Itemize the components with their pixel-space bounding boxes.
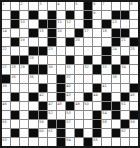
black-cell	[39, 84, 47, 92]
clue-number: 14	[2, 29, 7, 33]
white-cell[interactable]	[93, 47, 101, 55]
black-cell	[130, 111, 138, 119]
white-cell[interactable]	[57, 47, 65, 55]
white-cell[interactable]	[75, 120, 83, 128]
white-cell[interactable]: 62	[121, 129, 129, 137]
white-cell[interactable]: 33	[102, 65, 110, 73]
white-cell[interactable]	[48, 84, 56, 92]
white-cell[interactable]	[121, 138, 129, 146]
black-cell	[11, 56, 19, 64]
white-cell[interactable]	[102, 129, 110, 137]
white-cell[interactable]	[102, 138, 110, 146]
white-cell[interactable]	[130, 65, 138, 73]
white-cell[interactable]	[75, 138, 83, 146]
white-cell[interactable]: 58	[102, 120, 110, 128]
black-cell	[39, 47, 47, 55]
clue-number: 53	[66, 111, 71, 115]
white-cell[interactable]: 35	[11, 75, 19, 83]
white-cell[interactable]: 26	[29, 56, 37, 64]
black-cell	[130, 38, 138, 46]
black-cell	[11, 20, 19, 28]
black-cell	[102, 102, 110, 110]
clue-number: 6	[93, 2, 95, 6]
white-cell[interactable]	[66, 47, 74, 55]
clue-number: 30	[48, 65, 53, 69]
white-cell[interactable]	[84, 120, 92, 128]
clue-number: 38	[112, 75, 117, 79]
white-cell[interactable]	[20, 102, 28, 110]
white-cell[interactable]	[29, 84, 37, 92]
white-cell[interactable]	[66, 29, 74, 37]
white-cell[interactable]	[2, 93, 10, 101]
white-cell[interactable]: 30	[48, 65, 56, 73]
white-cell[interactable]	[84, 129, 92, 137]
clue-number: 4	[57, 2, 59, 6]
white-cell[interactable]: 22	[2, 47, 10, 55]
white-cell[interactable]: 47	[48, 102, 56, 110]
black-cell	[102, 20, 110, 28]
white-cell[interactable]: 20	[75, 38, 83, 46]
white-cell[interactable]: 4	[57, 2, 65, 10]
white-cell[interactable]	[29, 102, 37, 110]
white-cell[interactable]	[57, 56, 65, 64]
white-cell[interactable]	[20, 129, 28, 137]
white-cell[interactable]	[20, 47, 28, 55]
black-cell	[93, 84, 101, 92]
white-cell[interactable]: 56	[39, 120, 47, 128]
clue-number: 12	[66, 20, 71, 24]
black-cell	[84, 56, 92, 64]
white-cell[interactable]: 48	[57, 102, 65, 110]
white-cell[interactable]	[130, 75, 138, 83]
white-cell[interactable]	[48, 75, 56, 83]
black-cell	[29, 93, 37, 101]
white-cell[interactable]	[2, 56, 10, 64]
black-cell	[84, 2, 92, 10]
white-cell[interactable]	[112, 120, 120, 128]
clue-number: 61	[48, 129, 53, 133]
white-cell[interactable]	[29, 120, 37, 128]
clue-number: 58	[102, 120, 107, 124]
clue-number: 34	[121, 65, 126, 69]
white-cell[interactable]: 53	[66, 111, 74, 119]
clue-number: 45	[130, 93, 135, 97]
white-cell[interactable]	[11, 138, 19, 146]
white-cell[interactable]	[112, 138, 120, 146]
white-cell[interactable]	[29, 38, 37, 46]
white-cell[interactable]	[2, 11, 10, 19]
white-cell[interactable]	[121, 84, 129, 92]
black-cell	[84, 138, 92, 146]
white-cell[interactable]: 25	[130, 47, 138, 55]
white-cell[interactable]: 39	[2, 84, 10, 92]
white-cell[interactable]	[11, 2, 19, 10]
white-cell[interactable]: 12	[66, 20, 74, 28]
white-cell[interactable]	[84, 38, 92, 46]
black-cell	[66, 56, 74, 64]
clue-number: 49	[75, 102, 80, 106]
white-cell[interactable]	[75, 84, 83, 92]
clue-number: 46	[2, 102, 7, 106]
white-cell[interactable]	[84, 47, 92, 55]
white-cell[interactable]	[75, 65, 83, 73]
white-cell[interactable]: 8	[130, 2, 138, 10]
white-cell[interactable]	[84, 84, 92, 92]
white-cell[interactable]: 49	[75, 102, 83, 110]
black-cell	[48, 38, 56, 46]
white-cell[interactable]: 13	[112, 20, 120, 28]
white-cell[interactable]: 60	[39, 129, 47, 137]
black-cell	[112, 129, 120, 137]
black-cell	[29, 65, 37, 73]
black-cell	[29, 29, 37, 37]
white-cell[interactable]: 14	[2, 29, 10, 37]
clue-number: 1	[2, 2, 4, 6]
black-cell	[66, 38, 74, 46]
clue-number: 51	[121, 102, 126, 106]
white-cell[interactable]	[20, 111, 28, 119]
white-cell[interactable]	[39, 11, 47, 19]
white-cell[interactable]: 29	[20, 65, 28, 73]
clue-number: 55	[2, 120, 7, 124]
clue-number: 65	[93, 138, 98, 142]
white-cell[interactable]: 1	[2, 2, 10, 10]
white-cell[interactable]	[112, 84, 120, 92]
black-cell	[11, 93, 19, 101]
white-cell[interactable]: 46	[2, 102, 10, 110]
black-cell	[2, 75, 10, 83]
white-cell[interactable]: 40	[66, 84, 74, 92]
black-cell	[39, 111, 47, 119]
black-cell	[93, 111, 101, 119]
white-cell[interactable]	[57, 11, 65, 19]
white-cell[interactable]	[102, 75, 110, 83]
white-cell[interactable]: 28	[11, 65, 19, 73]
clue-number: 13	[112, 20, 117, 24]
white-cell[interactable]: 50	[84, 102, 92, 110]
clue-number: 60	[39, 129, 44, 133]
black-cell	[29, 111, 37, 119]
clue-number: 9	[93, 11, 95, 15]
black-cell	[48, 29, 56, 37]
white-cell[interactable]	[93, 20, 101, 28]
white-cell[interactable]: 27	[2, 65, 10, 73]
clue-number: 57	[66, 120, 71, 124]
clue-number: 25	[130, 47, 135, 51]
white-cell[interactable]: 21	[121, 38, 129, 46]
white-cell[interactable]	[2, 20, 10, 28]
black-cell	[102, 56, 110, 64]
black-cell	[48, 11, 56, 19]
clue-number: 37	[66, 75, 71, 79]
white-cell[interactable]	[29, 20, 37, 28]
black-cell	[11, 111, 19, 119]
white-cell[interactable]	[57, 65, 65, 73]
black-cell	[57, 84, 65, 92]
clue-number: 15	[39, 29, 44, 33]
white-cell[interactable]: 16	[57, 29, 65, 37]
clue-number: 19	[20, 38, 25, 42]
white-cell[interactable]	[20, 84, 28, 92]
white-cell[interactable]	[11, 102, 19, 110]
white-cell[interactable]: 2	[20, 2, 28, 10]
clue-number: 22	[2, 47, 7, 51]
black-cell	[57, 138, 65, 146]
white-cell[interactable]	[112, 93, 120, 101]
white-cell[interactable]	[11, 47, 19, 55]
white-cell[interactable]	[2, 38, 10, 46]
black-cell	[66, 102, 74, 110]
white-cell[interactable]	[102, 11, 110, 19]
white-cell[interactable]	[112, 2, 120, 10]
white-cell[interactable]: 64	[66, 138, 74, 146]
white-cell[interactable]	[121, 47, 129, 55]
black-cell	[20, 56, 28, 64]
black-cell	[75, 129, 83, 137]
clue-number: 24	[112, 47, 117, 51]
white-cell[interactable]: 11	[57, 20, 65, 28]
black-cell	[48, 120, 56, 128]
clue-number: 35	[11, 75, 16, 79]
white-cell[interactable]: 61	[48, 129, 56, 137]
white-cell[interactable]	[11, 120, 19, 128]
white-cell[interactable]: 41	[102, 84, 110, 92]
clue-number: 48	[57, 102, 62, 106]
clue-number: 63	[2, 138, 7, 142]
black-cell	[130, 84, 138, 92]
clue-number: 8	[130, 2, 132, 6]
black-cell	[66, 11, 74, 19]
white-cell[interactable]: 38	[112, 75, 120, 83]
white-cell[interactable]	[130, 20, 138, 28]
white-cell[interactable]	[39, 56, 47, 64]
white-cell[interactable]: 15	[39, 29, 47, 37]
white-cell[interactable]: 57	[66, 120, 74, 128]
white-cell[interactable]	[84, 75, 92, 83]
white-cell[interactable]: 55	[2, 120, 10, 128]
black-cell	[11, 129, 19, 137]
white-cell[interactable]: 24	[112, 47, 120, 55]
black-cell	[121, 120, 129, 128]
clue-number: 42	[39, 93, 44, 97]
white-cell[interactable]	[112, 56, 120, 64]
white-cell[interactable]	[20, 120, 28, 128]
clue-number: 62	[121, 129, 126, 133]
white-cell[interactable]	[20, 75, 28, 83]
white-cell[interactable]: 7	[102, 2, 110, 10]
white-cell[interactable]: 3	[39, 2, 47, 10]
white-cell[interactable]	[93, 29, 101, 37]
clue-number: 36	[29, 75, 34, 79]
black-cell	[29, 129, 37, 137]
clue-number: 5	[75, 2, 77, 6]
white-cell[interactable]	[75, 56, 83, 64]
white-cell[interactable]	[84, 111, 92, 119]
white-cell[interactable]	[75, 111, 83, 119]
white-cell[interactable]	[48, 2, 56, 10]
white-cell[interactable]	[48, 93, 56, 101]
white-cell[interactable]	[48, 138, 56, 146]
clue-number: 7	[102, 2, 104, 6]
black-cell	[84, 20, 92, 28]
black-cell	[112, 29, 120, 37]
clue-number: 54	[102, 111, 107, 115]
white-cell[interactable]	[93, 38, 101, 46]
white-cell[interactable]: 18	[102, 29, 110, 37]
black-cell	[84, 93, 92, 101]
black-cell	[57, 93, 65, 101]
white-cell[interactable]	[20, 93, 28, 101]
white-cell[interactable]: 5	[75, 2, 83, 10]
black-cell	[39, 20, 47, 28]
white-cell[interactable]: 36	[29, 75, 37, 83]
white-cell[interactable]	[57, 111, 65, 119]
black-cell	[93, 65, 101, 73]
clue-number: 28	[11, 65, 16, 69]
clue-number: 44	[93, 93, 98, 97]
black-cell	[112, 11, 120, 19]
white-cell[interactable]: 63	[2, 138, 10, 146]
white-cell[interactable]	[130, 138, 138, 146]
clue-number: 18	[102, 29, 107, 33]
white-cell[interactable]: 19	[20, 38, 28, 46]
black-cell	[112, 38, 120, 46]
clue-number: 2	[20, 2, 22, 6]
black-cell	[112, 65, 120, 73]
white-cell[interactable]	[39, 38, 47, 46]
clue-number: 29	[20, 65, 25, 69]
white-cell[interactable]	[93, 56, 101, 64]
white-cell[interactable]	[130, 129, 138, 137]
white-cell[interactable]	[102, 38, 110, 46]
black-cell	[102, 47, 110, 55]
white-cell[interactable]: 10	[20, 20, 28, 28]
white-cell[interactable]: 51	[121, 102, 129, 110]
white-cell[interactable]	[75, 20, 83, 28]
white-cell[interactable]: 23	[48, 47, 56, 55]
black-cell	[29, 11, 37, 19]
clue-number: 16	[57, 29, 62, 33]
clue-number: 50	[84, 102, 89, 106]
white-cell[interactable]	[39, 138, 47, 146]
clue-number: 56	[39, 120, 44, 124]
black-cell	[29, 47, 37, 55]
white-cell[interactable]	[121, 111, 129, 119]
white-cell[interactable]: 42	[39, 93, 47, 101]
white-cell[interactable]: 54	[102, 111, 110, 119]
white-cell[interactable]: 17	[84, 29, 92, 37]
white-cell[interactable]	[75, 93, 83, 101]
white-cell[interactable]	[66, 129, 74, 137]
white-cell[interactable]	[75, 75, 83, 83]
white-cell[interactable]: 44	[93, 93, 101, 101]
clue-number: 20	[75, 38, 80, 42]
black-cell	[102, 93, 110, 101]
clue-number: 27	[2, 65, 7, 69]
white-cell[interactable]	[130, 56, 138, 64]
clue-number: 17	[84, 29, 89, 33]
white-cell[interactable]	[20, 11, 28, 19]
black-cell	[93, 120, 101, 128]
white-cell[interactable]: 52	[48, 111, 56, 119]
white-cell[interactable]	[29, 2, 37, 10]
clue-number: 39	[2, 84, 7, 88]
white-cell[interactable]	[75, 11, 83, 19]
black-cell	[11, 11, 19, 19]
clue-number: 11	[57, 20, 62, 24]
clue-number: 59	[130, 120, 135, 124]
white-cell[interactable]	[29, 138, 37, 146]
white-cell[interactable]: 37	[66, 75, 74, 83]
white-cell[interactable]	[11, 29, 19, 37]
white-cell[interactable]	[75, 47, 83, 55]
white-cell[interactable]	[48, 56, 56, 64]
white-cell[interactable]	[130, 102, 138, 110]
white-cell[interactable]	[130, 29, 138, 37]
clue-number: 47	[48, 102, 53, 106]
clue-number: 64	[66, 138, 71, 142]
clue-number: 31	[66, 65, 71, 69]
white-cell[interactable]	[66, 2, 74, 10]
black-cell	[57, 120, 65, 128]
white-cell[interactable]	[121, 2, 129, 10]
white-cell[interactable]	[121, 20, 129, 28]
black-cell	[121, 56, 129, 64]
clue-number: 33	[102, 65, 107, 69]
white-cell[interactable]	[20, 29, 28, 37]
black-cell	[57, 75, 65, 83]
black-cell	[112, 111, 120, 119]
clue-number: 23	[48, 47, 53, 51]
black-cell	[112, 102, 120, 110]
clue-number: 26	[29, 56, 34, 60]
white-cell[interactable]: 43	[66, 93, 74, 101]
black-cell	[39, 65, 47, 73]
white-cell[interactable]: 32	[84, 65, 92, 73]
white-cell[interactable]: 59	[130, 120, 138, 128]
white-cell[interactable]	[93, 102, 101, 110]
white-cell[interactable]	[2, 111, 10, 119]
white-cell[interactable]	[11, 84, 19, 92]
white-cell[interactable]: 6	[93, 2, 101, 10]
black-cell	[121, 29, 129, 37]
black-cell	[121, 11, 129, 19]
clue-number: 21	[121, 38, 126, 42]
white-cell[interactable]	[57, 38, 65, 46]
white-cell[interactable]	[39, 75, 47, 83]
white-cell[interactable]: 9	[93, 11, 101, 19]
crossword-grid: 1234567891011121314151617181920212223242…	[0, 0, 140, 148]
white-cell[interactable]: 31	[66, 65, 74, 73]
clue-number: 41	[102, 84, 107, 88]
white-cell[interactable]	[121, 75, 129, 83]
white-cell[interactable]	[93, 75, 101, 83]
white-cell[interactable]: 65	[93, 138, 101, 146]
black-cell	[84, 11, 92, 19]
white-cell[interactable]	[2, 129, 10, 137]
black-cell	[121, 93, 129, 101]
white-cell[interactable]: 34	[121, 65, 129, 73]
black-cell	[39, 102, 47, 110]
clue-number: 10	[20, 20, 25, 24]
clue-number: 3	[39, 2, 41, 6]
white-cell[interactable]: 45	[130, 93, 138, 101]
white-cell[interactable]	[130, 11, 138, 19]
white-cell[interactable]	[20, 138, 28, 146]
black-cell	[48, 20, 56, 28]
clue-number: 43	[66, 93, 71, 97]
black-cell	[93, 129, 101, 137]
